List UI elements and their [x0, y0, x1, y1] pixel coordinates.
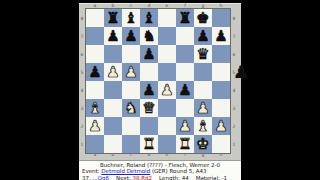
square-h6[interactable]: [212, 45, 230, 63]
event-label: Event:: [82, 168, 101, 174]
coord-label: 4: [231, 81, 237, 99]
square-e7[interactable]: [158, 27, 176, 45]
chess-board[interactable]: ♜♝♝♜♚♟♟♞♟♟♟♛♟♟♟♟♟♟♝♞♛♟♟♟♝♟♜♜♚: [85, 8, 231, 154]
square-g1[interactable]: ♚: [194, 135, 212, 153]
white-pawn: ♟: [214, 117, 227, 135]
square-g6[interactable]: ♛: [194, 45, 212, 63]
square-e4[interactable]: ♟: [158, 81, 176, 99]
square-d4[interactable]: ♟: [140, 81, 158, 99]
chess-gui-panel: abcdefgh 87654321 87654321 abcdefgh ♜♝♝♜…: [79, 3, 241, 180]
square-d2[interactable]: [140, 117, 158, 135]
next-label: Next:: [116, 175, 131, 180]
black-pawn: ♟: [142, 81, 155, 99]
material-pawn-icon: ♟: [233, 63, 248, 81]
square-h5[interactable]: [212, 63, 230, 81]
square-c5[interactable]: ♟: [122, 63, 140, 81]
black-bishop: ♝: [124, 9, 137, 27]
black-pawn: ♟: [178, 81, 191, 99]
square-e5[interactable]: [158, 63, 176, 81]
square-b5[interactable]: ♟: [104, 63, 122, 81]
white-rook: ♜: [178, 135, 191, 153]
event-detail: (GER) Round 5, A43: [150, 168, 206, 174]
square-g7[interactable]: ♟: [194, 27, 212, 45]
square-h8[interactable]: [212, 9, 230, 27]
square-c6[interactable]: [122, 45, 140, 63]
white-pawn: ♟: [178, 117, 191, 135]
square-d5[interactable]: [140, 63, 158, 81]
square-f4[interactable]: ♟: [176, 81, 194, 99]
square-d6[interactable]: ♟: [140, 45, 158, 63]
square-a6[interactable]: [86, 45, 104, 63]
square-d1[interactable]: ♜: [140, 135, 158, 153]
coord-label: 8: [231, 9, 237, 27]
black-king: ♚: [196, 9, 209, 27]
white-rook: ♜: [142, 135, 155, 153]
coord-label: 1: [231, 135, 237, 153]
last-move[interactable]: ...Qg6: [93, 175, 110, 180]
black-pawn: ♟: [196, 27, 209, 45]
square-e3[interactable]: [158, 99, 176, 117]
square-d8[interactable]: ♝: [140, 9, 158, 27]
white-queen: ♛: [142, 99, 155, 117]
black-rook: ♜: [106, 9, 119, 27]
square-g4[interactable]: [194, 81, 212, 99]
square-a2[interactable]: ♟: [86, 117, 104, 135]
square-e6[interactable]: [158, 45, 176, 63]
square-c2[interactable]: [122, 117, 140, 135]
white-bishop: ♝: [88, 99, 101, 117]
white-knight: ♞: [124, 99, 137, 117]
white-pawn: ♟: [106, 63, 119, 81]
square-h3[interactable]: [212, 99, 230, 117]
square-f5[interactable]: [176, 63, 194, 81]
square-f8[interactable]: ♜: [176, 9, 194, 27]
square-g3[interactable]: ♟: [194, 99, 212, 117]
move-number: 37.: [82, 175, 91, 180]
move-status-line: 37. ...Qg6Next: 38.Rd2Length: 44Material…: [82, 175, 238, 180]
next-move: 38.Rd2: [133, 175, 153, 180]
square-d3[interactable]: ♛: [140, 99, 158, 117]
square-b1[interactable]: [104, 135, 122, 153]
black-pawn: ♟: [88, 63, 101, 81]
white-king: ♚: [196, 135, 209, 153]
square-a7[interactable]: [86, 27, 104, 45]
black-pawn: ♟: [106, 27, 119, 45]
square-a5[interactable]: ♟: [86, 63, 104, 81]
square-d7[interactable]: ♞: [140, 27, 158, 45]
white-pawn: ♟: [124, 63, 137, 81]
square-g5[interactable]: [194, 63, 212, 81]
square-c1[interactable]: [122, 135, 140, 153]
square-h7[interactable]: ♟: [212, 27, 230, 45]
square-a1[interactable]: [86, 135, 104, 153]
square-c8[interactable]: ♝: [122, 9, 140, 27]
square-a8[interactable]: [86, 9, 104, 27]
square-g8[interactable]: ♚: [194, 9, 212, 27]
black-bishop: ♝: [142, 9, 155, 27]
coord-label: 6: [231, 45, 237, 63]
square-f3[interactable]: [176, 99, 194, 117]
white-pawn: ♟: [196, 99, 209, 117]
black-pawn: ♟: [214, 27, 227, 45]
square-b6[interactable]: [104, 45, 122, 63]
white-pawn: ♟: [88, 117, 101, 135]
square-h2[interactable]: ♟: [212, 117, 230, 135]
square-f1[interactable]: ♜: [176, 135, 194, 153]
black-pawn: ♟: [124, 27, 137, 45]
square-f2[interactable]: ♟: [176, 117, 194, 135]
material-balance: Material: -1: [196, 175, 227, 180]
game-length: Length: 44: [159, 175, 189, 180]
square-e8[interactable]: [158, 9, 176, 27]
square-b4[interactable]: [104, 81, 122, 99]
square-g2[interactable]: ♝: [194, 117, 212, 135]
square-c3[interactable]: ♞: [122, 99, 140, 117]
square-c4[interactable]: [122, 81, 140, 99]
video-frame: abcdefgh 87654321 87654321 abcdefgh ♜♝♝♜…: [0, 0, 320, 180]
square-b7[interactable]: ♟: [104, 27, 122, 45]
white-pawn: ♟: [160, 81, 173, 99]
black-knight: ♞: [142, 27, 155, 45]
square-h1[interactable]: [212, 135, 230, 153]
square-a4[interactable]: [86, 81, 104, 99]
coord-label: 3: [231, 99, 237, 117]
square-h4[interactable]: [212, 81, 230, 99]
event-link[interactable]: Detmold Detmold: [101, 168, 150, 174]
square-e1[interactable]: [158, 135, 176, 153]
black-pawn: ♟: [142, 45, 155, 63]
square-c7[interactable]: ♟: [122, 27, 140, 45]
game-info-bar: Buchner, Roland (????) - Flesch, Werner …: [79, 160, 241, 180]
square-f7[interactable]: [176, 27, 194, 45]
square-b8[interactable]: ♜: [104, 9, 122, 27]
coord-label: 2: [231, 117, 237, 135]
white-bishop: ♝: [196, 117, 209, 135]
black-rook: ♜: [178, 9, 191, 27]
square-a3[interactable]: ♝: [86, 99, 104, 117]
square-e2[interactable]: [158, 117, 176, 135]
black-queen: ♛: [196, 45, 209, 63]
coord-label: 7: [231, 27, 237, 45]
square-b3[interactable]: [104, 99, 122, 117]
square-f6[interactable]: [176, 45, 194, 63]
square-b2[interactable]: [104, 117, 122, 135]
